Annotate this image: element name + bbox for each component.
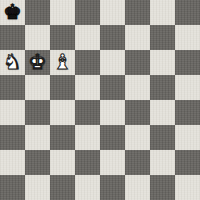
- chess-board: ♚♞♚♝: [0, 0, 200, 200]
- square-f3[interactable]: [125, 125, 150, 150]
- square-d4[interactable]: [75, 100, 100, 125]
- square-h1[interactable]: [175, 175, 200, 200]
- square-e5[interactable]: [100, 75, 125, 100]
- square-h4[interactable]: [175, 100, 200, 125]
- square-a8[interactable]: ♚: [0, 0, 25, 25]
- square-f2[interactable]: [125, 150, 150, 175]
- square-g4[interactable]: [150, 100, 175, 125]
- square-h5[interactable]: [175, 75, 200, 100]
- white-knight-piece: ♞: [3, 50, 22, 75]
- square-b4[interactable]: [25, 100, 50, 125]
- square-b2[interactable]: [25, 150, 50, 175]
- square-g6[interactable]: [150, 50, 175, 75]
- square-d6[interactable]: [75, 50, 100, 75]
- square-b6[interactable]: ♚: [25, 50, 50, 75]
- square-g8[interactable]: [150, 0, 175, 25]
- square-h6[interactable]: [175, 50, 200, 75]
- square-f6[interactable]: [125, 50, 150, 75]
- square-c8[interactable]: [50, 0, 75, 25]
- square-b8[interactable]: [25, 0, 50, 25]
- square-e4[interactable]: [100, 100, 125, 125]
- square-c2[interactable]: [50, 150, 75, 175]
- square-a1[interactable]: [0, 175, 25, 200]
- square-c5[interactable]: [50, 75, 75, 100]
- square-f8[interactable]: [125, 0, 150, 25]
- black-king-piece: ♚: [3, 0, 22, 25]
- square-d1[interactable]: [75, 175, 100, 200]
- square-h3[interactable]: [175, 125, 200, 150]
- square-e8[interactable]: [100, 0, 125, 25]
- square-d3[interactable]: [75, 125, 100, 150]
- square-b1[interactable]: [25, 175, 50, 200]
- white-king-piece: ♚: [28, 50, 47, 75]
- square-a2[interactable]: [0, 150, 25, 175]
- square-e3[interactable]: [100, 125, 125, 150]
- square-h8[interactable]: [175, 0, 200, 25]
- square-c3[interactable]: [50, 125, 75, 150]
- square-a5[interactable]: [0, 75, 25, 100]
- square-g2[interactable]: [150, 150, 175, 175]
- square-h7[interactable]: [175, 25, 200, 50]
- square-e2[interactable]: [100, 150, 125, 175]
- square-b3[interactable]: [25, 125, 50, 150]
- square-e7[interactable]: [100, 25, 125, 50]
- square-f5[interactable]: [125, 75, 150, 100]
- square-g1[interactable]: [150, 175, 175, 200]
- square-c1[interactable]: [50, 175, 75, 200]
- square-a3[interactable]: [0, 125, 25, 150]
- square-d7[interactable]: [75, 25, 100, 50]
- square-c4[interactable]: [50, 100, 75, 125]
- square-a6[interactable]: ♞: [0, 50, 25, 75]
- square-d5[interactable]: [75, 75, 100, 100]
- square-f1[interactable]: [125, 175, 150, 200]
- square-e6[interactable]: [100, 50, 125, 75]
- square-b5[interactable]: [25, 75, 50, 100]
- square-c7[interactable]: [50, 25, 75, 50]
- square-c6[interactable]: ♝: [50, 50, 75, 75]
- square-d2[interactable]: [75, 150, 100, 175]
- square-f4[interactable]: [125, 100, 150, 125]
- square-g3[interactable]: [150, 125, 175, 150]
- square-h2[interactable]: [175, 150, 200, 175]
- square-a7[interactable]: [0, 25, 25, 50]
- square-g5[interactable]: [150, 75, 175, 100]
- square-f7[interactable]: [125, 25, 150, 50]
- white-bishop-piece: ♝: [53, 50, 72, 75]
- square-a4[interactable]: [0, 100, 25, 125]
- square-b7[interactable]: [25, 25, 50, 50]
- square-d8[interactable]: [75, 0, 100, 25]
- square-g7[interactable]: [150, 25, 175, 50]
- square-e1[interactable]: [100, 175, 125, 200]
